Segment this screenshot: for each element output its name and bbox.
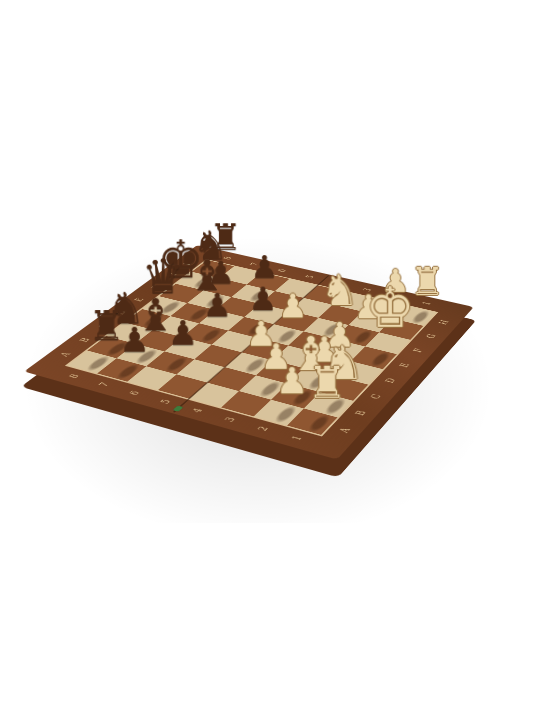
white-pawn-glyph: ♟ — [276, 363, 308, 399]
black-pawn-glyph: ♟ — [248, 283, 277, 316]
black-pawn-glyph: ♟ — [251, 251, 279, 282]
white-king-glyph: ♚ — [365, 281, 414, 336]
white-pawn-glyph: ♟ — [278, 290, 307, 323]
white-rook-glyph: ♜ — [307, 360, 347, 404]
white-rook-glyph: ♜ — [410, 262, 445, 301]
black-pawn-glyph: ♟ — [203, 289, 232, 322]
black-pawn-glyph: ♟ — [119, 323, 150, 357]
black-pawn-glyph: ♟ — [168, 316, 198, 350]
